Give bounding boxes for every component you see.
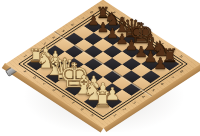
piece-white-rook-h1: ♜	[93, 89, 112, 111]
product-photo: abcdefgh abcdefgh 87654321 87654321 ♜♞♝♛…	[0, 0, 200, 136]
pieces-layer: ♜♞♝♛♚♝♞♜♟♟♟♟♟♟♟♟♟♟♟♟♟♟♟♟♜♞♝♛♚♝♞♜	[0, 0, 200, 136]
piece-black-pawn-h7: ♟	[153, 56, 167, 72]
